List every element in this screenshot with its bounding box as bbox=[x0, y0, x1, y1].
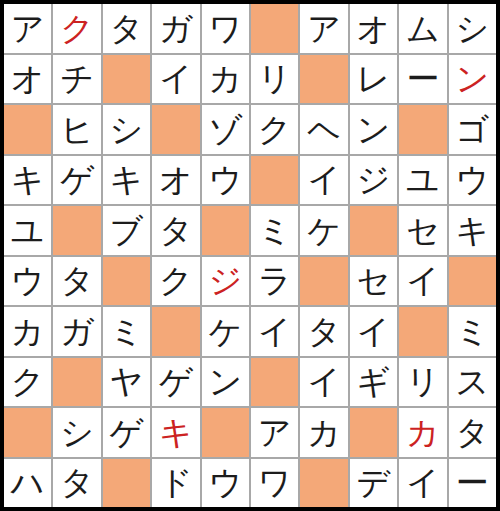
letter-cell[interactable]: ウ bbox=[449, 156, 496, 205]
letter-cell[interactable]: ゲ bbox=[53, 156, 100, 205]
blocked-cell bbox=[300, 459, 347, 508]
letter-cell[interactable]: タ bbox=[103, 4, 150, 53]
letter-cell[interactable]: タ bbox=[300, 307, 347, 356]
letter-cell[interactable]: タ bbox=[53, 257, 100, 306]
blocked-cell bbox=[300, 257, 347, 306]
letter-cell[interactable]: シ bbox=[449, 4, 496, 53]
letter-cell[interactable]: イ bbox=[399, 459, 446, 508]
blocked-cell bbox=[300, 55, 347, 104]
blocked-cell bbox=[251, 156, 298, 205]
letter-cell[interactable]: オ bbox=[152, 156, 199, 205]
letter-cell[interactable]: ア bbox=[251, 408, 298, 457]
letter-cell[interactable]: イ bbox=[251, 307, 298, 356]
blocked-cell bbox=[152, 105, 199, 154]
letter-cell[interactable]: ン bbox=[350, 105, 397, 154]
letter-cell[interactable]: オ bbox=[350, 4, 397, 53]
letter-cell[interactable]: ゲ bbox=[103, 408, 150, 457]
letter-cell[interactable]: タ bbox=[152, 206, 199, 255]
letter-cell[interactable]: キ bbox=[4, 156, 51, 205]
letter-cell[interactable]: ユ bbox=[399, 156, 446, 205]
letter-cell[interactable]: イ bbox=[300, 156, 347, 205]
letter-cell[interactable]: ン bbox=[449, 55, 496, 104]
letter-cell[interactable]: カ bbox=[4, 307, 51, 356]
blocked-cell bbox=[103, 257, 150, 306]
blocked-cell bbox=[103, 459, 150, 508]
blocked-cell bbox=[4, 105, 51, 154]
letter-cell[interactable]: ユ bbox=[4, 206, 51, 255]
blocked-cell bbox=[251, 358, 298, 407]
letter-cell[interactable]: ガ bbox=[53, 307, 100, 356]
letter-cell[interactable]: ク bbox=[53, 4, 100, 53]
blocked-cell bbox=[350, 206, 397, 255]
letter-cell[interactable]: ム bbox=[399, 4, 446, 53]
letter-cell[interactable]: ガ bbox=[152, 4, 199, 53]
blocked-cell bbox=[251, 4, 298, 53]
letter-cell[interactable]: ケ bbox=[202, 307, 249, 356]
letter-cell[interactable]: ー bbox=[449, 459, 496, 508]
blocked-cell bbox=[350, 408, 397, 457]
blocked-cell bbox=[202, 206, 249, 255]
letter-cell[interactable]: ウ bbox=[4, 257, 51, 306]
letter-cell[interactable]: ギ bbox=[350, 358, 397, 407]
letter-cell[interactable]: ン bbox=[202, 358, 249, 407]
blocked-cell bbox=[53, 358, 100, 407]
letter-cell[interactable]: ー bbox=[399, 55, 446, 104]
letter-cell[interactable]: チ bbox=[53, 55, 100, 104]
crossword-board: アクタガワアオムシオチイカリレーンヒシゾクヘンゴキゲキオウイジユウユブタミケセキ… bbox=[0, 0, 500, 511]
letter-cell[interactable]: タ bbox=[53, 459, 100, 508]
letter-cell[interactable]: イ bbox=[300, 358, 347, 407]
letter-cell[interactable]: ゲ bbox=[152, 358, 199, 407]
letter-cell[interactable]: ヤ bbox=[103, 358, 150, 407]
letter-cell[interactable]: キ bbox=[449, 206, 496, 255]
blocked-cell bbox=[399, 105, 446, 154]
letter-cell[interactable]: ワ bbox=[251, 459, 298, 508]
letter-cell[interactable]: ア bbox=[4, 4, 51, 53]
blocked-cell bbox=[152, 307, 199, 356]
letter-cell[interactable]: ハ bbox=[4, 459, 51, 508]
blocked-cell bbox=[399, 307, 446, 356]
letter-cell[interactable]: ア bbox=[300, 4, 347, 53]
letter-cell[interactable]: ラ bbox=[251, 257, 298, 306]
letter-cell[interactable]: ゴ bbox=[449, 105, 496, 154]
letter-cell[interactable]: ヘ bbox=[300, 105, 347, 154]
letter-cell[interactable]: ミ bbox=[103, 307, 150, 356]
letter-cell[interactable]: デ bbox=[350, 459, 397, 508]
letter-cell[interactable]: シ bbox=[103, 105, 150, 154]
letter-cell[interactable]: カ bbox=[202, 55, 249, 104]
letter-cell[interactable]: イ bbox=[399, 257, 446, 306]
letter-cell[interactable]: ミ bbox=[449, 307, 496, 356]
letter-cell[interactable]: レ bbox=[350, 55, 397, 104]
letter-cell[interactable]: イ bbox=[350, 307, 397, 356]
letter-cell[interactable]: ウ bbox=[202, 156, 249, 205]
letter-cell[interactable]: ミ bbox=[251, 206, 298, 255]
letter-cell[interactable]: タ bbox=[449, 408, 496, 457]
letter-cell[interactable]: ケ bbox=[300, 206, 347, 255]
letter-cell[interactable]: ス bbox=[449, 358, 496, 407]
letter-cell[interactable]: ウ bbox=[202, 459, 249, 508]
blocked-cell bbox=[53, 206, 100, 255]
letter-cell[interactable]: ジ bbox=[350, 156, 397, 205]
letter-cell[interactable]: ヒ bbox=[53, 105, 100, 154]
blocked-cell bbox=[103, 55, 150, 104]
blocked-cell bbox=[4, 408, 51, 457]
letter-cell[interactable]: ク bbox=[4, 358, 51, 407]
letter-cell[interactable]: キ bbox=[152, 408, 199, 457]
letter-cell[interactable]: シ bbox=[53, 408, 100, 457]
blocked-cell bbox=[202, 408, 249, 457]
letter-cell[interactable]: リ bbox=[251, 55, 298, 104]
letter-cell[interactable]: カ bbox=[399, 408, 446, 457]
letter-cell[interactable]: オ bbox=[4, 55, 51, 104]
letter-cell[interactable]: カ bbox=[300, 408, 347, 457]
letter-cell[interactable]: ワ bbox=[202, 4, 249, 53]
letter-cell[interactable]: イ bbox=[152, 55, 199, 104]
letter-cell[interactable]: ク bbox=[152, 257, 199, 306]
letter-cell[interactable]: セ bbox=[350, 257, 397, 306]
letter-cell[interactable]: キ bbox=[103, 156, 150, 205]
blocked-cell bbox=[449, 257, 496, 306]
letter-cell[interactable]: ブ bbox=[103, 206, 150, 255]
letter-cell[interactable]: ド bbox=[152, 459, 199, 508]
letter-cell[interactable]: リ bbox=[399, 358, 446, 407]
letter-cell[interactable]: セ bbox=[399, 206, 446, 255]
letter-cell[interactable]: ジ bbox=[202, 257, 249, 306]
letter-cell[interactable]: ク bbox=[251, 105, 298, 154]
letter-cell[interactable]: ゾ bbox=[202, 105, 249, 154]
